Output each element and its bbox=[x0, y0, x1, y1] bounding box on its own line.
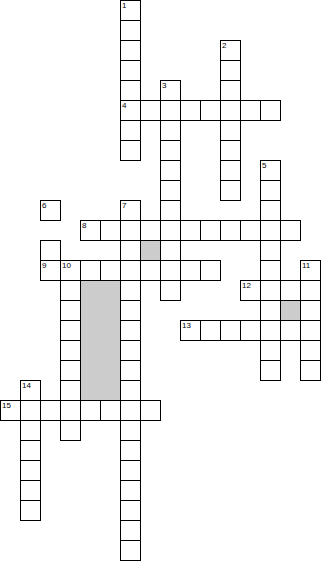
crossword-cell-r12c6[interactable] bbox=[120, 240, 141, 261]
crossword-cell-r11c4[interactable] bbox=[80, 220, 101, 241]
crossword-cell-r11c10[interactable] bbox=[200, 220, 221, 241]
crossword-cell-r25c6[interactable] bbox=[120, 500, 141, 521]
crossword-cell-r15c3[interactable] bbox=[60, 300, 81, 321]
crossword-cell-r15c13[interactable] bbox=[260, 300, 281, 321]
crossword-cell-r16c11[interactable] bbox=[220, 320, 241, 341]
crossword-cell-r10c13[interactable] bbox=[260, 200, 281, 221]
crossword-cell-r11c11[interactable] bbox=[220, 220, 241, 241]
crossword-cell-r0c6[interactable] bbox=[120, 0, 141, 21]
crossword-cell-r13c3[interactable] bbox=[60, 260, 81, 281]
crossword-cell-r24c6[interactable] bbox=[120, 480, 141, 501]
crossword-cell-r9c13[interactable] bbox=[260, 180, 281, 201]
crossword-cell-r24c1[interactable] bbox=[20, 480, 41, 501]
crossword-cell-r17c13[interactable] bbox=[260, 340, 281, 361]
crossword-cell-r10c2[interactable] bbox=[40, 200, 61, 221]
crossword-cell-r12c13[interactable] bbox=[260, 240, 281, 261]
crossword-cell-r6c6[interactable] bbox=[120, 120, 141, 141]
crossword-cell-r14c8[interactable] bbox=[160, 280, 181, 301]
crossword-cell-r14c12[interactable] bbox=[240, 280, 261, 301]
crossword-cell-r19c1[interactable] bbox=[20, 380, 41, 401]
crossword-cell-r14c13[interactable] bbox=[260, 280, 281, 301]
crossword-cell-r6c11[interactable] bbox=[220, 120, 241, 141]
crossword-cell-r3c6[interactable] bbox=[120, 60, 141, 81]
crossword-cell-r4c8[interactable] bbox=[160, 80, 181, 101]
crossword-cell-r5c7[interactable] bbox=[140, 100, 161, 121]
crossword-cell-r11c12[interactable] bbox=[240, 220, 261, 241]
crossword-cell-r20c6[interactable] bbox=[120, 400, 141, 421]
crossword-cell-r7c8[interactable] bbox=[160, 140, 181, 161]
crossword-cell-r8c13[interactable] bbox=[260, 160, 281, 181]
crossword-cell-r17c6[interactable] bbox=[120, 340, 141, 361]
crossword-cell-r10c6[interactable] bbox=[120, 200, 141, 221]
crossword-cell-r20c7[interactable] bbox=[140, 400, 161, 421]
crossword-cell-r6c8[interactable] bbox=[160, 120, 181, 141]
crossword-cell-r15c15[interactable] bbox=[300, 300, 321, 321]
crossword-cell-r2c11[interactable] bbox=[220, 40, 241, 61]
crossword-cell-r13c7[interactable] bbox=[140, 260, 161, 281]
crossword-cell-r5c11[interactable] bbox=[220, 100, 241, 121]
crossword-cell-r8c8[interactable] bbox=[160, 160, 181, 181]
shaded-cell-block bbox=[80, 280, 121, 401]
crossword-cell-r4c6[interactable] bbox=[120, 80, 141, 101]
crossword-cell-r18c15[interactable] bbox=[300, 360, 321, 381]
crossword-cell-r13c5[interactable] bbox=[100, 260, 121, 281]
crossword-cell-r19c6[interactable] bbox=[120, 380, 141, 401]
crossword-cell-r5c12[interactable] bbox=[240, 100, 261, 121]
crossword-cell-r5c8[interactable] bbox=[160, 100, 181, 121]
crossword-cell-r14c14[interactable] bbox=[280, 280, 301, 301]
crossword-cell-r9c8[interactable] bbox=[160, 180, 181, 201]
crossword-cell-r13c8[interactable] bbox=[160, 260, 181, 281]
crossword-cell-r10c8[interactable] bbox=[160, 200, 181, 221]
crossword-cell-r20c1[interactable] bbox=[20, 400, 41, 421]
crossword-cell-r13c6[interactable] bbox=[120, 260, 141, 281]
crossword-cell-r23c1[interactable] bbox=[20, 460, 41, 481]
crossword-cell-r14c3[interactable] bbox=[60, 280, 81, 301]
crossword-cell-r13c2[interactable] bbox=[40, 260, 61, 281]
crossword-cell-r20c0[interactable] bbox=[0, 400, 21, 421]
crossword-cell-r20c4[interactable] bbox=[80, 400, 101, 421]
shaded-cell-block bbox=[280, 300, 301, 321]
crossword-cell-r21c1[interactable] bbox=[20, 420, 41, 441]
crossword-cell-r16c15[interactable] bbox=[300, 320, 321, 341]
crossword-cell-r8c11[interactable] bbox=[220, 160, 241, 181]
crossword-cell-r16c13[interactable] bbox=[260, 320, 281, 341]
crossword-cell-r25c1[interactable] bbox=[20, 500, 41, 521]
crossword-cell-r12c2[interactable] bbox=[40, 240, 61, 261]
crossword-cell-r5c6[interactable] bbox=[120, 100, 141, 121]
crossword-cell-r11c9[interactable] bbox=[180, 220, 201, 241]
crossword-cell-r16c14[interactable] bbox=[280, 320, 301, 341]
crossword-cell-r16c6[interactable] bbox=[120, 320, 141, 341]
crossword-cell-r11c6[interactable] bbox=[120, 220, 141, 241]
crossword-cell-r22c6[interactable] bbox=[120, 440, 141, 461]
crossword-cell-r27c6[interactable] bbox=[120, 540, 141, 561]
crossword-cell-r17c3[interactable] bbox=[60, 340, 81, 361]
crossword-cell-r13c15[interactable] bbox=[300, 260, 321, 281]
crossword-cell-r11c5[interactable] bbox=[100, 220, 121, 241]
crossword-cell-r18c13[interactable] bbox=[260, 360, 281, 381]
crossword-cell-r5c10[interactable] bbox=[200, 100, 221, 121]
crossword-cell-r13c4[interactable] bbox=[80, 260, 101, 281]
crossword-cell-r5c13[interactable] bbox=[260, 100, 281, 121]
crossword-cell-r16c3[interactable] bbox=[60, 320, 81, 341]
crossword-cell-r11c8[interactable] bbox=[160, 220, 181, 241]
crossword-cell-r4c11[interactable] bbox=[220, 80, 241, 101]
crossword-cell-r19c3[interactable] bbox=[60, 380, 81, 401]
crossword-cell-r23c6[interactable] bbox=[120, 460, 141, 481]
crossword-cell-r11c7[interactable] bbox=[140, 220, 161, 241]
shaded-cell-block bbox=[140, 240, 161, 261]
crossword-cell-r5c9[interactable] bbox=[180, 100, 201, 121]
crossword-cell-r2c6[interactable] bbox=[120, 40, 141, 61]
crossword-cell-r20c2[interactable] bbox=[40, 400, 61, 421]
crossword-cell-r3c11[interactable] bbox=[220, 60, 241, 81]
crossword-cell-r17c15[interactable] bbox=[300, 340, 321, 361]
crossword-board: 123456789101112131415 bbox=[0, 0, 321, 561]
crossword-cell-r20c3[interactable] bbox=[60, 400, 81, 421]
crossword-cell-r14c15[interactable] bbox=[300, 280, 321, 301]
crossword-cell-r14c6[interactable] bbox=[120, 280, 141, 301]
crossword-cell-r13c10[interactable] bbox=[200, 260, 221, 281]
crossword-cell-r11c13[interactable] bbox=[260, 220, 281, 241]
crossword-cell-r21c6[interactable] bbox=[120, 420, 141, 441]
crossword-cell-r18c6[interactable] bbox=[120, 360, 141, 381]
crossword-cell-r20c5[interactable] bbox=[100, 400, 121, 421]
crossword-cell-r7c11[interactable] bbox=[220, 140, 241, 161]
crossword-cell-r9c11[interactable] bbox=[220, 180, 241, 201]
crossword-cell-r1c6[interactable] bbox=[120, 20, 141, 41]
crossword-cell-r12c8[interactable] bbox=[160, 240, 181, 261]
crossword-cell-r13c9[interactable] bbox=[180, 260, 201, 281]
crossword-cell-r18c3[interactable] bbox=[60, 360, 81, 381]
crossword-cell-r22c1[interactable] bbox=[20, 440, 41, 461]
crossword-cell-r16c10[interactable] bbox=[200, 320, 221, 341]
crossword-cell-r26c6[interactable] bbox=[120, 520, 141, 541]
crossword-cell-r21c3[interactable] bbox=[60, 420, 81, 441]
crossword-cell-r16c9[interactable] bbox=[180, 320, 201, 341]
crossword-cell-r16c12[interactable] bbox=[240, 320, 261, 341]
crossword-cell-r15c6[interactable] bbox=[120, 300, 141, 321]
crossword-cell-r11c14[interactable] bbox=[280, 220, 301, 241]
crossword-cell-r13c13[interactable] bbox=[260, 260, 281, 281]
crossword-cell-r7c6[interactable] bbox=[120, 140, 141, 161]
